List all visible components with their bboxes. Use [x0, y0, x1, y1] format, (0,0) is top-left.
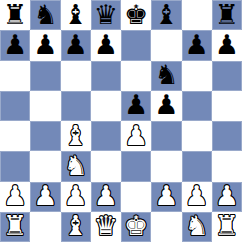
white-pawn-piece[interactable]: ♟: [185, 182, 209, 209]
square-e1[interactable]: ♚: [121, 212, 151, 242]
white-knight-piece[interactable]: ♞: [64, 152, 88, 179]
white-pawn-piece[interactable]: ♟: [124, 122, 148, 149]
white-queen-piece[interactable]: ♛: [94, 212, 118, 239]
square-g8[interactable]: [182, 0, 212, 30]
white-bishop-piece[interactable]: ♝: [64, 212, 88, 239]
square-b1[interactable]: [30, 212, 60, 242]
black-pawn-piece[interactable]: ♟: [94, 31, 118, 58]
square-f7[interactable]: [151, 30, 181, 60]
square-e8[interactable]: ♚: [121, 0, 151, 30]
square-f8[interactable]: ♝: [151, 0, 181, 30]
square-f6[interactable]: ♞: [151, 61, 181, 91]
square-b8[interactable]: ♞: [30, 0, 60, 30]
square-d8[interactable]: ♛: [91, 0, 121, 30]
black-pawn-piece[interactable]: ♟: [64, 31, 88, 58]
square-h2[interactable]: ♟: [212, 182, 242, 212]
square-g5[interactable]: [182, 91, 212, 121]
square-g4[interactable]: [182, 121, 212, 151]
square-b2[interactable]: ♟: [30, 182, 60, 212]
square-g2[interactable]: ♟: [182, 182, 212, 212]
square-b6[interactable]: [30, 61, 60, 91]
square-d7[interactable]: ♟: [91, 30, 121, 60]
white-rook-piece[interactable]: ♜: [3, 212, 27, 239]
square-h7[interactable]: ♟: [212, 30, 242, 60]
square-e6[interactable]: [121, 61, 151, 91]
white-pawn-piece[interactable]: ♟: [94, 182, 118, 209]
square-f5[interactable]: ♟: [151, 91, 181, 121]
white-pawn-piece[interactable]: ♟: [64, 182, 88, 209]
square-f2[interactable]: ♟: [151, 182, 181, 212]
square-d2[interactable]: ♟: [91, 182, 121, 212]
white-pawn-piece[interactable]: ♟: [33, 182, 57, 209]
square-c5[interactable]: [61, 91, 91, 121]
square-c3[interactable]: ♞: [61, 151, 91, 181]
black-pawn-piece[interactable]: ♟: [215, 31, 239, 58]
black-pawn-piece[interactable]: ♟: [124, 91, 148, 118]
black-queen-piece[interactable]: ♛: [94, 1, 118, 28]
black-king-piece[interactable]: ♚: [124, 1, 148, 28]
square-b3[interactable]: [30, 151, 60, 181]
black-pawn-piece[interactable]: ♟: [185, 31, 209, 58]
square-e5[interactable]: ♟: [121, 91, 151, 121]
square-b5[interactable]: [30, 91, 60, 121]
white-pawn-piece[interactable]: ♟: [3, 182, 27, 209]
white-king-piece[interactable]: ♚: [124, 212, 148, 239]
square-c7[interactable]: ♟: [61, 30, 91, 60]
square-d1[interactable]: ♛: [91, 212, 121, 242]
square-c4[interactable]: ♝: [61, 121, 91, 151]
square-a1[interactable]: ♜: [0, 212, 30, 242]
chess-board: ♜♞♝♛♚♝♜♟♟♟♟♟♟♞♟♟♝♟♞♟♟♟♟♟♟♟♜♝♛♚♞♜: [0, 0, 242, 242]
black-knight-piece[interactable]: ♞: [33, 1, 57, 28]
black-pawn-piece[interactable]: ♟: [154, 91, 178, 118]
square-c6[interactable]: [61, 61, 91, 91]
square-c2[interactable]: ♟: [61, 182, 91, 212]
square-a3[interactable]: [0, 151, 30, 181]
square-g1[interactable]: ♞: [182, 212, 212, 242]
square-c8[interactable]: ♝: [61, 0, 91, 30]
square-e2[interactable]: [121, 182, 151, 212]
square-h8[interactable]: ♜: [212, 0, 242, 30]
square-h5[interactable]: [212, 91, 242, 121]
square-g3[interactable]: [182, 151, 212, 181]
black-knight-piece[interactable]: ♞: [154, 61, 178, 88]
square-h4[interactable]: [212, 121, 242, 151]
square-h6[interactable]: [212, 61, 242, 91]
black-pawn-piece[interactable]: ♟: [3, 31, 27, 58]
square-a5[interactable]: [0, 91, 30, 121]
square-a8[interactable]: ♜: [0, 0, 30, 30]
square-g6[interactable]: [182, 61, 212, 91]
black-bishop-piece[interactable]: ♝: [64, 1, 88, 28]
square-c1[interactable]: ♝: [61, 212, 91, 242]
square-a6[interactable]: [0, 61, 30, 91]
black-rook-piece[interactable]: ♜: [215, 1, 239, 28]
square-f4[interactable]: [151, 121, 181, 151]
white-bishop-piece[interactable]: ♝: [64, 122, 88, 149]
white-pawn-piece[interactable]: ♟: [154, 182, 178, 209]
square-a7[interactable]: ♟: [0, 30, 30, 60]
white-rook-piece[interactable]: ♜: [215, 212, 239, 239]
black-pawn-piece[interactable]: ♟: [33, 31, 57, 58]
square-d4[interactable]: [91, 121, 121, 151]
square-d3[interactable]: [91, 151, 121, 181]
square-h1[interactable]: ♜: [212, 212, 242, 242]
square-h3[interactable]: [212, 151, 242, 181]
square-f3[interactable]: [151, 151, 181, 181]
square-e7[interactable]: [121, 30, 151, 60]
square-a4[interactable]: [0, 121, 30, 151]
square-f1[interactable]: [151, 212, 181, 242]
square-d5[interactable]: [91, 91, 121, 121]
white-knight-piece[interactable]: ♞: [185, 212, 209, 239]
square-g7[interactable]: ♟: [182, 30, 212, 60]
square-e3[interactable]: [121, 151, 151, 181]
square-d6[interactable]: [91, 61, 121, 91]
square-b4[interactable]: [30, 121, 60, 151]
white-pawn-piece[interactable]: ♟: [215, 182, 239, 209]
black-bishop-piece[interactable]: ♝: [154, 1, 178, 28]
square-e4[interactable]: ♟: [121, 121, 151, 151]
black-rook-piece[interactable]: ♜: [3, 1, 27, 28]
square-b7[interactable]: ♟: [30, 30, 60, 60]
square-a2[interactable]: ♟: [0, 182, 30, 212]
